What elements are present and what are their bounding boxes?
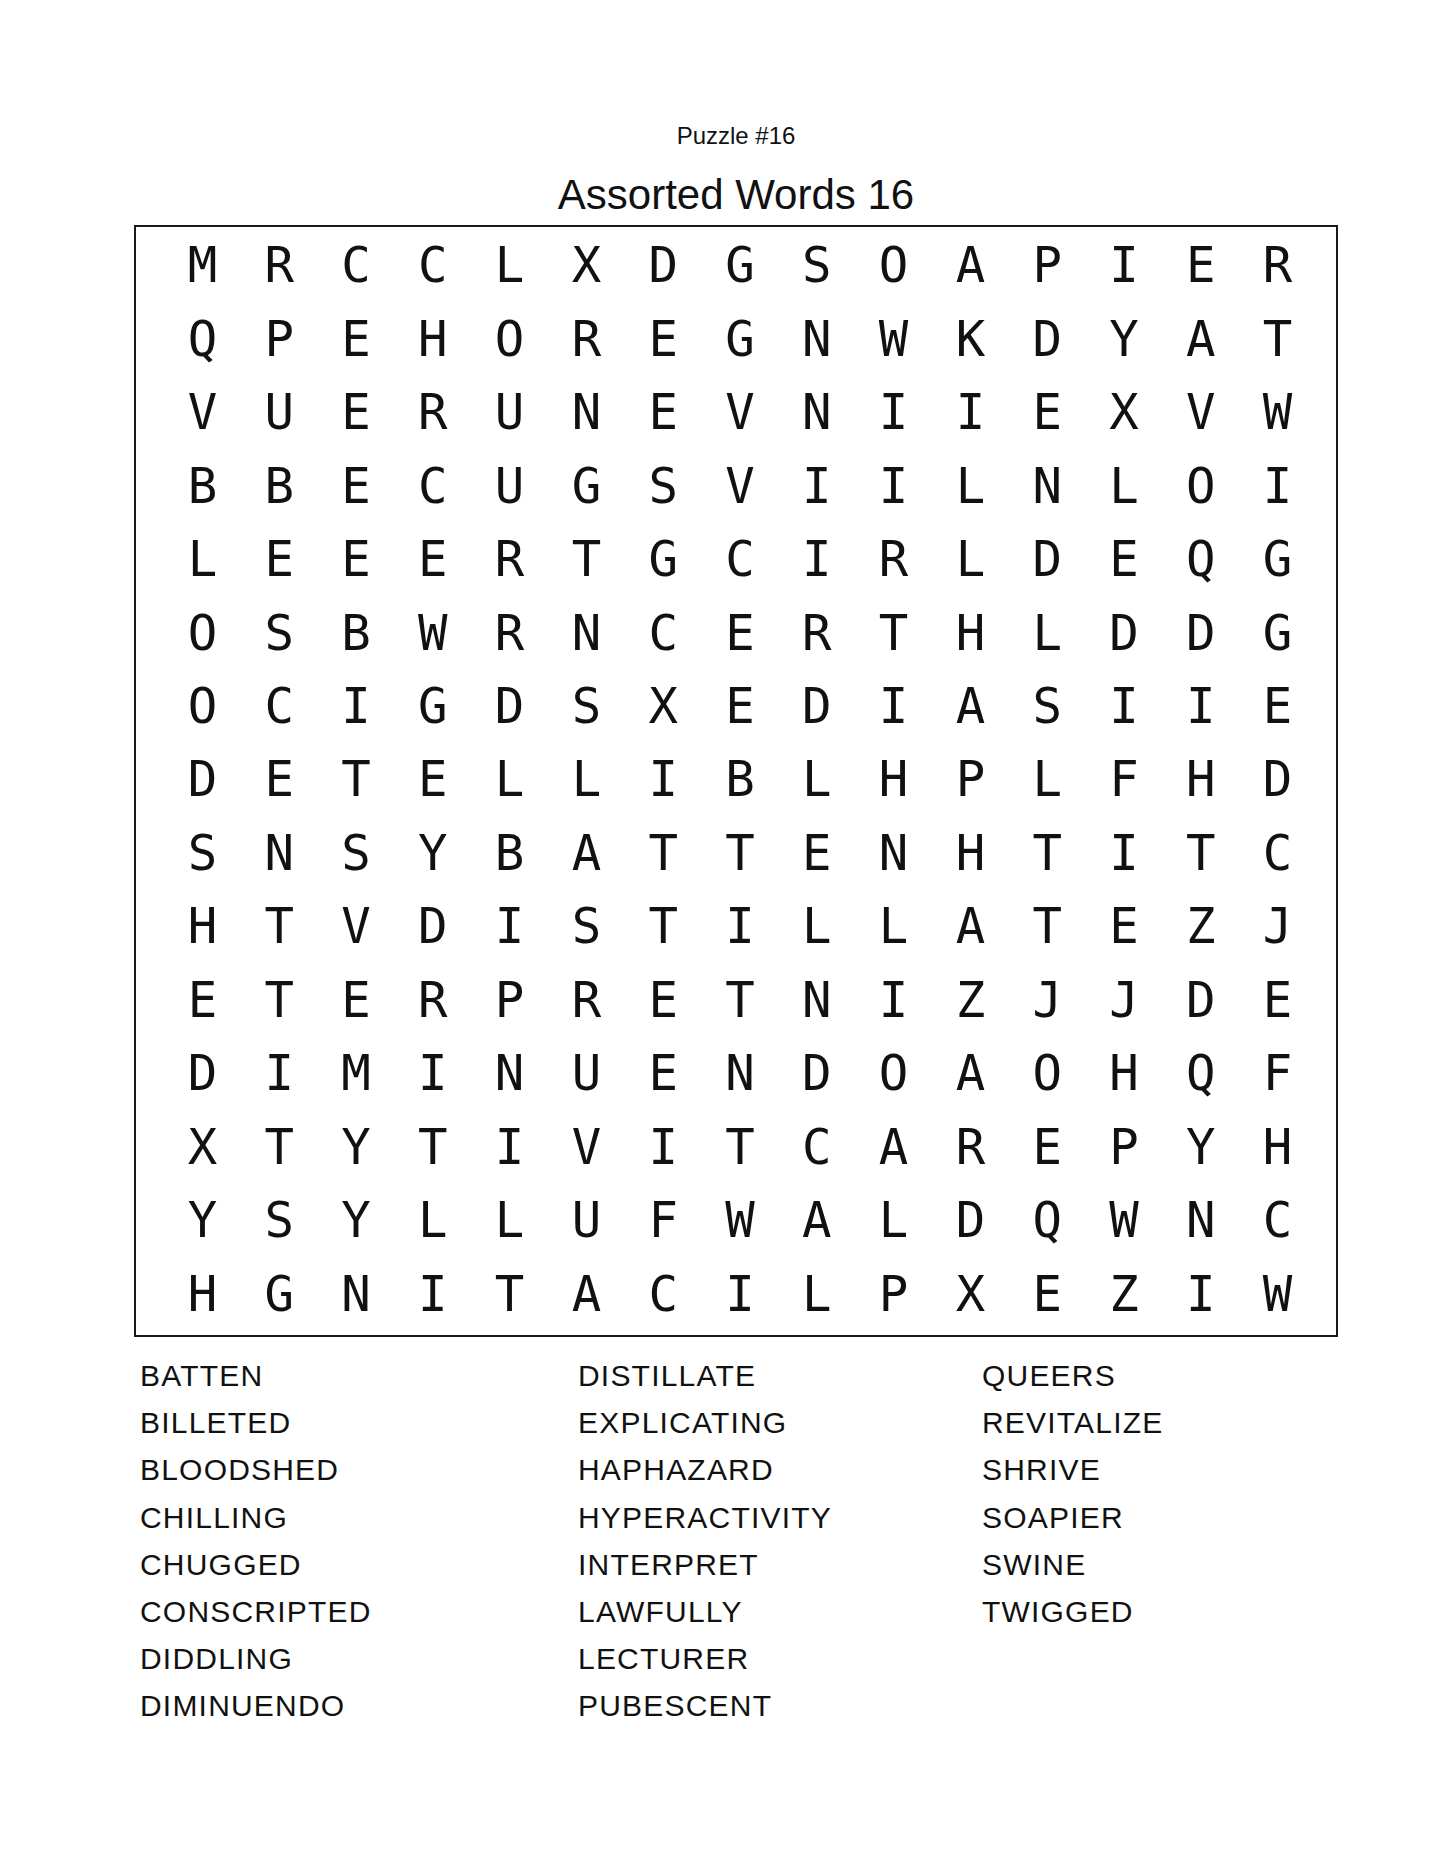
grid-cell-r6c10: T (855, 596, 932, 669)
grid-cell-r13c7: I (625, 1111, 702, 1184)
grid-cell-r11c8: T (702, 964, 779, 1037)
grid-cell-r5c5: R (471, 523, 548, 596)
grid-cell-r7c5: D (471, 670, 548, 743)
grid-cell-r9c14: T (1162, 817, 1239, 890)
grid-cell-r3c11: I (932, 376, 1009, 449)
grid-cell-r2c8: G (702, 302, 779, 375)
grid-cell-r7c10: I (855, 670, 932, 743)
grid-cell-r5c13: E (1086, 523, 1163, 596)
grid-cell-r5c15: G (1239, 523, 1316, 596)
grid-cell-r10c7: T (625, 890, 702, 963)
grid-cell-r14c7: F (625, 1184, 702, 1257)
grid-cell-r5c11: L (932, 523, 1009, 596)
grid-cell-r8c5: L (471, 743, 548, 816)
grid-cell-r8c6: L (548, 743, 625, 816)
word-list-item: SHRIVE (982, 1446, 1163, 1493)
grid-cell-r3c14: V (1162, 376, 1239, 449)
grid-cell-r14c5: L (471, 1184, 548, 1257)
grid-cell-r10c11: A (932, 890, 1009, 963)
grid-cell-r7c6: S (548, 670, 625, 743)
grid-cell-r3c3: E (318, 376, 395, 449)
grid-cell-r1c7: D (625, 229, 702, 302)
grid-cell-r6c14: D (1162, 596, 1239, 669)
grid-cell-r13c5: I (471, 1111, 548, 1184)
grid-cell-r1c2: R (241, 229, 318, 302)
grid-cell-r5c9: I (778, 523, 855, 596)
grid-cell-r9c4: Y (394, 817, 471, 890)
letter-grid: MRCCLXDGSOAPIERQPEHOREGNWKDYATVUERUNEVNI… (134, 225, 1338, 1337)
grid-cell-r6c5: R (471, 596, 548, 669)
grid-cell-r14c1: Y (164, 1184, 241, 1257)
grid-cell-r11c13: J (1086, 964, 1163, 1037)
grid-cell-r13c4: T (394, 1111, 471, 1184)
grid-cell-r1c8: G (702, 229, 779, 302)
grid-cell-r12c4: I (394, 1037, 471, 1110)
word-list-item: BILLETED (140, 1399, 372, 1446)
grid-cell-r13c15: H (1239, 1111, 1316, 1184)
grid-cell-r1c4: C (394, 229, 471, 302)
grid-cell-r12c8: N (702, 1037, 779, 1110)
grid-cell-r15c8: I (702, 1258, 779, 1331)
grid-cell-r4c14: O (1162, 449, 1239, 522)
grid-cell-r9c5: B (471, 817, 548, 890)
grid-cell-r7c8: E (702, 670, 779, 743)
grid-cell-r3c7: E (625, 376, 702, 449)
grid-cell-r7c2: C (241, 670, 318, 743)
grid-cell-r8c15: D (1239, 743, 1316, 816)
grid-cell-r7c1: O (164, 670, 241, 743)
grid-cell-r5c6: T (548, 523, 625, 596)
grid-cell-r12c12: O (1009, 1037, 1086, 1110)
grid-cell-r6c12: L (1009, 596, 1086, 669)
grid-cell-r9c12: T (1009, 817, 1086, 890)
grid-cell-r11c1: E (164, 964, 241, 1037)
grid-cell-r1c3: C (318, 229, 395, 302)
word-list-item: CHUGGED (140, 1541, 372, 1588)
grid-cell-r5c10: R (855, 523, 932, 596)
grid-cell-r14c10: L (855, 1184, 932, 1257)
grid-cell-r2c3: E (318, 302, 395, 375)
grid-cell-r11c10: I (855, 964, 932, 1037)
grid-cell-r7c3: I (318, 670, 395, 743)
grid-cell-r7c11: A (932, 670, 1009, 743)
grid-cell-r10c8: I (702, 890, 779, 963)
word-list-item: DISTILLATE (578, 1352, 832, 1399)
grid-cell-r2c7: E (625, 302, 702, 375)
grid-cell-r2c2: P (241, 302, 318, 375)
grid-cell-r7c14: I (1162, 670, 1239, 743)
grid-cell-r6c7: C (625, 596, 702, 669)
grid-cell-r4c9: I (778, 449, 855, 522)
grid-cell-r6c15: G (1239, 596, 1316, 669)
word-list-item: LECTURER (578, 1635, 832, 1682)
word-list-item: SOAPIER (982, 1494, 1163, 1541)
grid-cell-r12c10: O (855, 1037, 932, 1110)
grid-cell-r4c6: G (548, 449, 625, 522)
grid-cell-r1c6: X (548, 229, 625, 302)
grid-cell-r3c10: I (855, 376, 932, 449)
grid-cell-r14c15: C (1239, 1184, 1316, 1257)
grid-cell-r6c1: O (164, 596, 241, 669)
grid-cell-r8c12: L (1009, 743, 1086, 816)
grid-cell-r5c8: C (702, 523, 779, 596)
grid-cell-r9c1: S (164, 817, 241, 890)
word-list-item: TWIGGED (982, 1588, 1163, 1635)
puzzle-number: Puzzle #16 (134, 122, 1338, 150)
grid-cell-r4c4: C (394, 449, 471, 522)
grid-cell-r1c5: L (471, 229, 548, 302)
grid-cell-r7c9: D (778, 670, 855, 743)
grid-cell-r3c13: X (1086, 376, 1163, 449)
grid-cell-r3c9: N (778, 376, 855, 449)
grid-cell-r5c3: E (318, 523, 395, 596)
word-column-2: DISTILLATEEXPLICATINGHAPHAZARDHYPERACTIV… (578, 1352, 832, 1730)
grid-cell-r10c14: Z (1162, 890, 1239, 963)
grid-cell-r7c7: X (625, 670, 702, 743)
grid-cell-r6c13: D (1086, 596, 1163, 669)
grid-cell-r9c7: T (625, 817, 702, 890)
grid-cell-r13c8: T (702, 1111, 779, 1184)
grid-cell-r4c15: I (1239, 449, 1316, 522)
grid-cell-r10c2: T (241, 890, 318, 963)
grid-cell-r12c5: N (471, 1037, 548, 1110)
grid-cell-r10c1: H (164, 890, 241, 963)
grid-cell-r4c10: I (855, 449, 932, 522)
grid-cell-r4c2: B (241, 449, 318, 522)
grid-cell-r1c14: E (1162, 229, 1239, 302)
grid-cell-r12c14: Q (1162, 1037, 1239, 1110)
grid-cell-r13c10: A (855, 1111, 932, 1184)
grid-cell-r14c4: L (394, 1184, 471, 1257)
grid-cell-r11c2: T (241, 964, 318, 1037)
word-list-item: BLOODSHED (140, 1446, 372, 1493)
grid-cell-r5c4: E (394, 523, 471, 596)
grid-cell-r9c3: S (318, 817, 395, 890)
grid-cell-r13c9: C (778, 1111, 855, 1184)
word-list-item: DIDDLING (140, 1635, 372, 1682)
word-list-item: SWINE (982, 1541, 1163, 1588)
grid-cell-r12c6: U (548, 1037, 625, 1110)
grid-cell-r7c12: S (1009, 670, 1086, 743)
grid-cell-r15c4: I (394, 1258, 471, 1331)
grid-cell-r9c15: C (1239, 817, 1316, 890)
grid-cell-r4c1: B (164, 449, 241, 522)
grid-cell-r10c6: S (548, 890, 625, 963)
grid-cell-r11c9: N (778, 964, 855, 1037)
grid-cell-r11c11: Z (932, 964, 1009, 1037)
grid-cell-r5c12: D (1009, 523, 1086, 596)
grid-cell-r15c7: C (625, 1258, 702, 1331)
grid-cell-r2c14: A (1162, 302, 1239, 375)
grid-cell-r9c10: N (855, 817, 932, 890)
grid-cell-r9c8: T (702, 817, 779, 890)
grid-cell-r15c13: Z (1086, 1258, 1163, 1331)
grid-cell-r6c6: N (548, 596, 625, 669)
grid-cell-r2c11: K (932, 302, 1009, 375)
grid-cell-r10c5: I (471, 890, 548, 963)
grid-cell-r13c14: Y (1162, 1111, 1239, 1184)
grid-cell-r9c11: H (932, 817, 1009, 890)
grid-cell-r6c4: W (394, 596, 471, 669)
grid-cell-r12c11: A (932, 1037, 1009, 1110)
grid-cell-r6c9: R (778, 596, 855, 669)
grid-cell-r8c11: P (932, 743, 1009, 816)
grid-cell-r15c10: P (855, 1258, 932, 1331)
grid-cell-r14c11: D (932, 1184, 1009, 1257)
word-list-item: BATTEN (140, 1352, 372, 1399)
grid-cell-r1c9: S (778, 229, 855, 302)
grid-cell-r2c1: Q (164, 302, 241, 375)
grid-cell-r13c2: T (241, 1111, 318, 1184)
grid-cell-r14c12: Q (1009, 1184, 1086, 1257)
grid-cell-r12c15: F (1239, 1037, 1316, 1110)
grid-cell-r10c9: L (778, 890, 855, 963)
grid-cell-r8c3: T (318, 743, 395, 816)
word-list-item: CONSCRIPTED (140, 1588, 372, 1635)
grid-cell-r3c2: U (241, 376, 318, 449)
word-column-3: QUEERSREVITALIZESHRIVESOAPIERSWINETWIGGE… (982, 1352, 1163, 1635)
grid-cell-r9c9: E (778, 817, 855, 890)
word-list-item: DIMINUENDO (140, 1682, 372, 1729)
grid-cell-r12c7: E (625, 1037, 702, 1110)
grid-cell-r5c7: G (625, 523, 702, 596)
grid-cell-r12c13: H (1086, 1037, 1163, 1110)
grid-cell-r10c15: J (1239, 890, 1316, 963)
word-list-item: LAWFULLY (578, 1588, 832, 1635)
grid-cell-r8c10: H (855, 743, 932, 816)
word-list-item: INTERPRET (578, 1541, 832, 1588)
grid-cell-r3c6: N (548, 376, 625, 449)
grid-cell-r15c15: W (1239, 1258, 1316, 1331)
grid-cell-r2c9: N (778, 302, 855, 375)
grid-cell-r10c12: T (1009, 890, 1086, 963)
grid-cell-r5c2: E (241, 523, 318, 596)
grid-cell-r12c3: M (318, 1037, 395, 1110)
grid-cell-r11c6: R (548, 964, 625, 1037)
grid-cell-r1c11: A (932, 229, 1009, 302)
grid-cell-r5c14: Q (1162, 523, 1239, 596)
grid-cell-r11c14: D (1162, 964, 1239, 1037)
word-list-item: REVITALIZE (982, 1399, 1163, 1446)
grid-cell-r9c13: I (1086, 817, 1163, 890)
word-list-item: HAPHAZARD (578, 1446, 832, 1493)
grid-cell-r3c4: R (394, 376, 471, 449)
grid-cell-r3c12: E (1009, 376, 1086, 449)
grid-cell-r13c3: Y (318, 1111, 395, 1184)
grid-cell-r14c14: N (1162, 1184, 1239, 1257)
grid-cell-r4c12: N (1009, 449, 1086, 522)
grid-cell-r2c12: D (1009, 302, 1086, 375)
grid-cell-r15c11: X (932, 1258, 1009, 1331)
grid-cell-r7c4: G (394, 670, 471, 743)
grid-cell-r6c3: B (318, 596, 395, 669)
grid-cell-r12c1: D (164, 1037, 241, 1110)
grid-cell-r8c1: D (164, 743, 241, 816)
grid-cell-r2c4: H (394, 302, 471, 375)
grid-cell-r1c1: M (164, 229, 241, 302)
grid-cell-r15c6: A (548, 1258, 625, 1331)
grid-cell-r9c2: N (241, 817, 318, 890)
grid-cell-r15c12: E (1009, 1258, 1086, 1331)
grid-cell-r12c2: I (241, 1037, 318, 1110)
word-list-item: PUBESCENT (578, 1682, 832, 1729)
grid-cell-r2c13: Y (1086, 302, 1163, 375)
word-list-item: QUEERS (982, 1352, 1163, 1399)
grid-cell-r1c10: O (855, 229, 932, 302)
grid-cell-r15c14: I (1162, 1258, 1239, 1331)
grid-cell-r13c13: P (1086, 1111, 1163, 1184)
grid-cell-r12c9: D (778, 1037, 855, 1110)
word-list-item: EXPLICATING (578, 1399, 832, 1446)
grid-cell-r11c7: E (625, 964, 702, 1037)
word-list-item: CHILLING (140, 1494, 372, 1541)
grid-cell-r14c6: U (548, 1184, 625, 1257)
grid-cell-r13c12: E (1009, 1111, 1086, 1184)
grid-cell-r15c9: L (778, 1258, 855, 1331)
grid-cell-r15c5: T (471, 1258, 548, 1331)
grid-cell-r14c13: W (1086, 1184, 1163, 1257)
grid-cell-r13c11: R (932, 1111, 1009, 1184)
grid-cell-r15c1: H (164, 1258, 241, 1331)
grid-cell-r3c1: V (164, 376, 241, 449)
grid-cell-r9c6: A (548, 817, 625, 890)
grid-cell-r11c5: P (471, 964, 548, 1037)
grid-cell-r8c2: E (241, 743, 318, 816)
grid-cell-r14c9: A (778, 1184, 855, 1257)
grid-cell-r7c15: E (1239, 670, 1316, 743)
grid-cell-r3c15: W (1239, 376, 1316, 449)
grid-cell-r8c8: B (702, 743, 779, 816)
grid-cell-r4c11: L (932, 449, 1009, 522)
grid-cell-r2c15: T (1239, 302, 1316, 375)
grid-cell-r14c3: Y (318, 1184, 395, 1257)
grid-cell-r5c1: L (164, 523, 241, 596)
grid-cell-r11c4: R (394, 964, 471, 1037)
grid-cell-r3c5: U (471, 376, 548, 449)
grid-cell-r1c13: I (1086, 229, 1163, 302)
grid-cell-r4c3: E (318, 449, 395, 522)
grid-cell-r8c13: F (1086, 743, 1163, 816)
word-column-1: BATTENBILLETEDBLOODSHEDCHILLINGCHUGGEDCO… (140, 1352, 372, 1730)
page-title: Assorted Words 16 (134, 172, 1338, 218)
grid-cell-r13c1: X (164, 1111, 241, 1184)
grid-cell-r14c2: S (241, 1184, 318, 1257)
grid-cell-r15c2: G (241, 1258, 318, 1331)
grid-cell-r11c12: J (1009, 964, 1086, 1037)
grid-cell-r10c3: V (318, 890, 395, 963)
grid-cell-r10c10: L (855, 890, 932, 963)
grid-cell-r8c14: H (1162, 743, 1239, 816)
grid-cell-r11c15: E (1239, 964, 1316, 1037)
grid-cell-r10c4: D (394, 890, 471, 963)
grid-cell-r14c8: W (702, 1184, 779, 1257)
grid-cell-r2c6: R (548, 302, 625, 375)
grid-cell-r1c12: P (1009, 229, 1086, 302)
grid-cell-r6c2: S (241, 596, 318, 669)
grid-cell-r11c3: E (318, 964, 395, 1037)
grid-cell-r4c8: V (702, 449, 779, 522)
grid-cell-r8c7: I (625, 743, 702, 816)
grid-cell-r10c13: E (1086, 890, 1163, 963)
grid-cell-r3c8: V (702, 376, 779, 449)
grid-cell-r15c3: N (318, 1258, 395, 1331)
grid-cell-r4c7: S (625, 449, 702, 522)
grid-cell-r13c6: V (548, 1111, 625, 1184)
grid-cell-r6c11: H (932, 596, 1009, 669)
grid-cell-r2c10: W (855, 302, 932, 375)
grid-cell-r4c13: L (1086, 449, 1163, 522)
grid-cell-r7c13: I (1086, 670, 1163, 743)
word-list-item: HYPERACTIVITY (578, 1494, 832, 1541)
grid-cell-r2c5: O (471, 302, 548, 375)
grid-cell-r1c15: R (1239, 229, 1316, 302)
grid-cell-r4c5: U (471, 449, 548, 522)
grid-cell-r8c9: L (778, 743, 855, 816)
grid-cell-r6c8: E (702, 596, 779, 669)
grid-cell-r8c4: E (394, 743, 471, 816)
